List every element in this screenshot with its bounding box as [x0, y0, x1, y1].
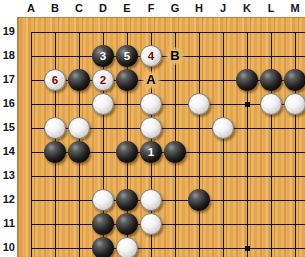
row-label-15: 15	[0, 121, 15, 133]
row-label-17: 17	[0, 73, 15, 85]
stone-black-E18[interactable]: 5	[116, 45, 138, 67]
stone-black-E14[interactable]	[116, 141, 138, 163]
move-number-3: 3	[100, 50, 106, 62]
grid-line-v-H	[199, 32, 200, 257]
row-label-13: 13	[0, 169, 15, 181]
stone-black-B14[interactable]	[44, 141, 66, 163]
grid-line-v-A	[31, 32, 32, 257]
stone-white-F12[interactable]	[140, 189, 162, 211]
row-label-19: 19	[0, 25, 15, 37]
column-label-H: H	[191, 2, 207, 14]
stone-white-M16[interactable]	[284, 93, 305, 115]
stone-white-H16[interactable]	[188, 93, 210, 115]
stone-black-E12[interactable]	[116, 189, 138, 211]
point-label-B[interactable]: B	[165, 47, 185, 65]
stone-white-E10[interactable]	[116, 237, 138, 257]
stone-white-L16[interactable]	[260, 93, 282, 115]
stone-black-E11[interactable]	[116, 213, 138, 235]
column-label-C: C	[71, 2, 87, 14]
stone-white-D16[interactable]	[92, 93, 114, 115]
stone-black-K17[interactable]	[236, 69, 258, 91]
row-label-18: 18	[0, 49, 15, 61]
column-label-A: A	[23, 2, 39, 14]
column-label-D: D	[95, 2, 111, 14]
move-number-4: 4	[148, 50, 154, 62]
stone-white-F15[interactable]	[140, 117, 162, 139]
stone-white-B15[interactable]	[44, 117, 66, 139]
grid-line-v-J	[223, 32, 224, 257]
stone-white-J15[interactable]	[212, 117, 234, 139]
grid-line-v-M	[295, 32, 296, 257]
row-label-11: 11	[0, 217, 15, 229]
stone-black-L17[interactable]	[260, 69, 282, 91]
stone-white-B17[interactable]: 6	[44, 69, 66, 91]
stone-black-F14[interactable]: 1	[140, 141, 162, 163]
star-point-K10	[245, 246, 250, 251]
stone-black-C14[interactable]	[68, 141, 90, 163]
row-label-12: 12	[0, 193, 15, 205]
grid-line-v-L	[271, 32, 272, 257]
column-label-L: L	[263, 2, 279, 14]
stone-black-D18[interactable]: 3	[92, 45, 114, 67]
stone-white-F18[interactable]: 4	[140, 45, 162, 67]
stone-black-M17[interactable]	[284, 69, 305, 91]
move-number-1: 1	[148, 146, 154, 158]
go-board-diagram: ABCDEFGHJKLM19181716151413121110 351462A…	[0, 0, 305, 257]
grid-line-h-11	[31, 224, 305, 225]
move-number-6: 6	[52, 74, 58, 86]
column-label-E: E	[119, 2, 135, 14]
grid-line-h-12	[31, 200, 305, 201]
stone-black-H12[interactable]	[188, 189, 210, 211]
star-point-K16	[245, 102, 250, 107]
stone-black-E17[interactable]	[116, 69, 138, 91]
stone-white-F11[interactable]	[140, 213, 162, 235]
column-label-M: M	[287, 2, 303, 14]
column-label-J: J	[215, 2, 231, 14]
grid-line-h-13	[31, 176, 305, 177]
grid-line-h-10	[31, 248, 305, 249]
row-label-16: 16	[0, 97, 15, 109]
stone-black-D10[interactable]	[92, 237, 114, 257]
stone-white-D17[interactable]: 2	[92, 69, 114, 91]
point-label-A[interactable]: A	[141, 71, 161, 89]
stone-white-C15[interactable]	[68, 117, 90, 139]
stone-black-C17[interactable]	[68, 69, 90, 91]
stone-black-D11[interactable]	[92, 213, 114, 235]
row-label-10: 10	[0, 241, 15, 253]
column-label-F: F	[143, 2, 159, 14]
column-label-G: G	[167, 2, 183, 14]
column-label-K: K	[239, 2, 255, 14]
column-label-B: B	[47, 2, 63, 14]
move-number-2: 2	[100, 74, 106, 86]
move-number-5: 5	[124, 50, 130, 62]
stone-white-F16[interactable]	[140, 93, 162, 115]
row-label-14: 14	[0, 145, 15, 157]
grid-line-h-19	[31, 32, 305, 33]
stone-white-D12[interactable]	[92, 189, 114, 211]
stone-black-G14[interactable]	[164, 141, 186, 163]
grid-line-v-K	[247, 32, 248, 257]
